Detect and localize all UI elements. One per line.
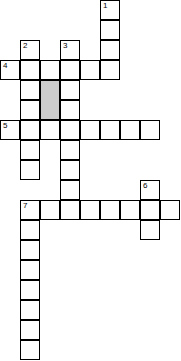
cell-r8c1[interactable] xyxy=(20,160,40,180)
clue-number-2: 2 xyxy=(23,41,27,50)
cell-r7c1[interactable] xyxy=(20,140,40,160)
cell-r3c0[interactable]: 4 xyxy=(0,60,20,80)
cell-r10c1[interactable]: 7 xyxy=(20,200,40,220)
cell-r5c3[interactable] xyxy=(60,100,80,120)
cell-r3c3[interactable] xyxy=(60,60,80,80)
shaded-cell-r4c2 xyxy=(40,80,60,100)
cell-r6c7[interactable] xyxy=(140,120,160,140)
crossword-grid: 1234567 xyxy=(0,0,180,360)
cell-r14c1[interactable] xyxy=(20,280,40,300)
cell-r3c5[interactable] xyxy=(100,60,120,80)
cell-r5c1[interactable] xyxy=(20,100,40,120)
cell-r10c6[interactable] xyxy=(120,200,140,220)
cell-r3c2[interactable] xyxy=(40,60,60,80)
cell-r10c3[interactable] xyxy=(60,200,80,220)
clue-number-6: 6 xyxy=(143,181,147,190)
cell-r6c5[interactable] xyxy=(100,120,120,140)
clue-number-5: 5 xyxy=(3,121,7,130)
cell-r16c1[interactable] xyxy=(20,320,40,340)
cell-r10c4[interactable] xyxy=(80,200,100,220)
cell-r9c3[interactable] xyxy=(60,180,80,200)
cell-r2c5[interactable] xyxy=(100,40,120,60)
cell-r6c3[interactable] xyxy=(60,120,80,140)
cell-r12c1[interactable] xyxy=(20,240,40,260)
clue-number-7: 7 xyxy=(23,201,27,210)
cell-r11c7[interactable] xyxy=(140,220,160,240)
cell-r10c8[interactable] xyxy=(160,200,180,220)
cell-r17c1[interactable] xyxy=(20,340,40,360)
cell-r9c7[interactable]: 6 xyxy=(140,180,160,200)
cell-r3c4[interactable] xyxy=(80,60,100,80)
cell-r13c1[interactable] xyxy=(20,260,40,280)
cell-r0c5[interactable]: 1 xyxy=(100,0,120,20)
clue-number-1: 1 xyxy=(103,1,107,10)
cell-r4c3[interactable] xyxy=(60,80,80,100)
cell-r11c1[interactable] xyxy=(20,220,40,240)
cell-r10c2[interactable] xyxy=(40,200,60,220)
cell-r6c2[interactable] xyxy=(40,120,60,140)
cell-r4c1[interactable] xyxy=(20,80,40,100)
cell-r10c5[interactable] xyxy=(100,200,120,220)
cell-r2c1[interactable]: 2 xyxy=(20,40,40,60)
cell-r2c3[interactable]: 3 xyxy=(60,40,80,60)
cell-r6c1[interactable] xyxy=(20,120,40,140)
cell-r10c7[interactable] xyxy=(140,200,160,220)
clue-number-3: 3 xyxy=(63,41,67,50)
cell-r15c1[interactable] xyxy=(20,300,40,320)
cell-r3c1[interactable] xyxy=(20,60,40,80)
cell-r6c4[interactable] xyxy=(80,120,100,140)
crossword-page: 1234567 xyxy=(0,0,181,361)
cell-r7c3[interactable] xyxy=(60,140,80,160)
cell-r6c0[interactable]: 5 xyxy=(0,120,20,140)
cell-r6c6[interactable] xyxy=(120,120,140,140)
cell-r1c5[interactable] xyxy=(100,20,120,40)
clue-number-4: 4 xyxy=(3,61,7,70)
shaded-cell-r5c2 xyxy=(40,100,60,120)
cell-r8c3[interactable] xyxy=(60,160,80,180)
